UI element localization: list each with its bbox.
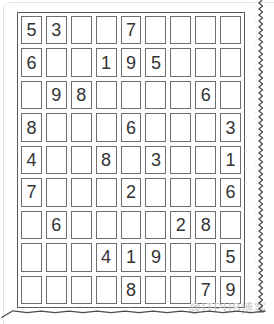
sudoku-cell-r4c3 [71,113,92,141]
sudoku-cell-r3c3: 8 [71,81,92,109]
sudoku-cell-r1c8 [195,16,216,44]
sudoku-cell-r3c2: 9 [46,81,67,109]
sudoku-cell-r6c3 [71,178,92,206]
sudoku-cell-r8c2 [46,243,67,271]
sudoku-cell-r2c9 [220,48,241,76]
sudoku-cell-r3c4 [96,81,117,109]
sudoku-cell-r9c4 [96,276,117,304]
sudoku-cell-r3c7 [170,81,191,109]
sudoku-cell-r8c8 [195,243,216,271]
sudoku-cell-r3c6 [145,81,166,109]
sudoku-cell-r1c9 [220,16,241,44]
sudoku-cell-r4c4 [96,113,117,141]
sudoku-cell-r8c9: 5 [220,243,241,271]
sudoku-cell-r2c1: 6 [21,48,42,76]
sudoku-cell-r8c3 [71,243,92,271]
sudoku-cell-r2c2 [46,48,67,76]
sudoku-cell-r3c1 [21,81,42,109]
sudoku-cell-r9c1 [21,276,42,304]
sudoku-cell-r1c5: 7 [121,16,142,44]
sudoku-cell-r2c6: 5 [145,48,166,76]
sudoku-cell-r6c6 [145,178,166,206]
sudoku-cell-r5c7 [170,146,191,174]
sudoku-cell-r8c5: 1 [121,243,142,271]
sudoku-cell-r1c6 [145,16,166,44]
sudoku-cell-r2c8 [195,48,216,76]
sudoku-cell-r4c6 [145,113,166,141]
sudoku-cell-r4c7 [170,113,191,141]
sudoku-cell-r1c7 [170,16,191,44]
sudoku-cell-r4c5: 6 [121,113,142,141]
sudoku-cell-r6c2 [46,178,67,206]
sudoku-cell-r5c1: 4 [21,146,42,174]
sudoku-cell-r2c7 [170,48,191,76]
sudoku-cell-r6c7 [170,178,191,206]
sudoku-cell-r9c6 [145,276,166,304]
sudoku-cell-r3c8: 6 [195,81,216,109]
screenshot-canvas: 537619598686348317266284195879 @ITPUB博客 [0,0,274,324]
sudoku-cell-r1c1: 5 [21,16,42,44]
sudoku-cell-r9c2 [46,276,67,304]
sudoku-cell-r3c5 [121,81,142,109]
sudoku-cell-r9c5: 8 [121,276,142,304]
sudoku-cell-r2c4: 1 [96,48,117,76]
sudoku-cell-r7c9 [220,211,241,239]
sudoku-cell-r7c8: 8 [195,211,216,239]
sudoku-cell-r4c1: 8 [21,113,42,141]
sudoku-cell-r6c4 [96,178,117,206]
sudoku-cell-r7c1 [21,211,42,239]
sudoku-cell-r7c2: 6 [46,211,67,239]
sudoku-cell-r7c7: 2 [170,211,191,239]
sudoku-cell-r1c4 [96,16,117,44]
sudoku-cell-r5c8 [195,146,216,174]
sudoku-cell-r8c6: 9 [145,243,166,271]
sudoku-cell-r6c5: 2 [121,178,142,206]
sudoku-cell-r6c9: 6 [220,178,241,206]
sudoku-cell-r2c3 [71,48,92,76]
sudoku-cell-r9c3 [71,276,92,304]
sudoku-cell-r8c1 [21,243,42,271]
sudoku-cell-r7c5 [121,211,142,239]
sudoku-cell-r5c6: 3 [145,146,166,174]
sudoku-cell-r7c6 [145,211,166,239]
sudoku-cell-r1c2: 3 [46,16,67,44]
sudoku-cell-r7c4 [96,211,117,239]
sudoku-cell-r6c1: 7 [21,178,42,206]
sudoku-cell-r5c2 [46,146,67,174]
sudoku-cell-r8c7 [170,243,191,271]
sudoku-cell-r4c8 [195,113,216,141]
sudoku-cell-r4c2 [46,113,67,141]
sudoku-cell-r3c9 [220,81,241,109]
sudoku-cell-r4c9: 3 [220,113,241,141]
sudoku-cell-r6c8 [195,178,216,206]
sudoku-cell-r5c3 [71,146,92,174]
sudoku-cell-r5c9: 1 [220,146,241,174]
sudoku-cell-r2c5: 9 [121,48,142,76]
sudoku-cell-r7c3 [71,211,92,239]
sudoku-cell-r1c3 [71,16,92,44]
sudoku-cell-r5c4: 8 [96,146,117,174]
sudoku-cell-r5c5 [121,146,142,174]
watermark: @ITPUB博客 [189,300,268,317]
sudoku-cell-r8c4: 4 [96,243,117,271]
sudoku-board: 537619598686348317266284195879 [17,12,245,308]
